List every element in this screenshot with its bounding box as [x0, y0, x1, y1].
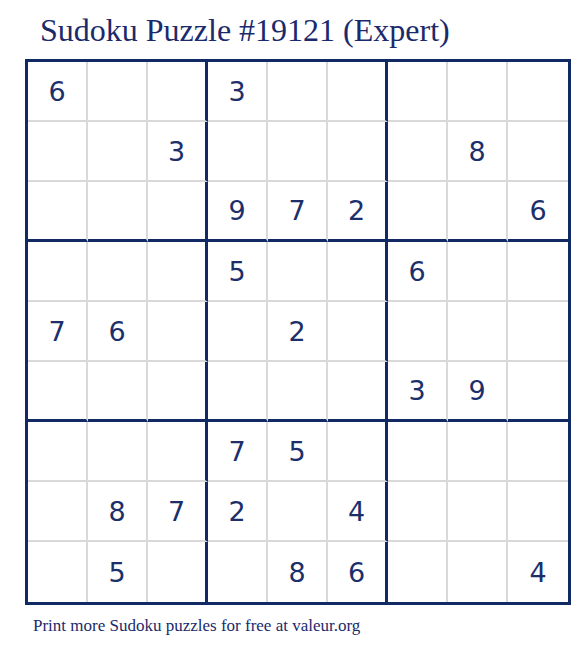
cell-r3c9: 6 — [508, 182, 568, 242]
cell-r7c3 — [148, 422, 208, 482]
cell-r7c2 — [88, 422, 148, 482]
cell-r5c4 — [208, 302, 268, 362]
cell-r7c9 — [508, 422, 568, 482]
cell-r9c9: 4 — [508, 542, 568, 602]
cell-r5c3 — [148, 302, 208, 362]
cell-r9c6: 6 — [328, 542, 388, 602]
cell-r1c1: 6 — [28, 62, 88, 122]
cell-r1c5 — [268, 62, 328, 122]
cell-r9c5: 8 — [268, 542, 328, 602]
cell-r3c8 — [448, 182, 508, 242]
cell-r9c8 — [448, 542, 508, 602]
cell-r1c9 — [508, 62, 568, 122]
cell-r5c1: 7 — [28, 302, 88, 362]
cell-r7c5: 5 — [268, 422, 328, 482]
cell-r7c1 — [28, 422, 88, 482]
cell-r1c2 — [88, 62, 148, 122]
cell-r3c3 — [148, 182, 208, 242]
cell-r9c7 — [388, 542, 448, 602]
cell-r5c8 — [448, 302, 508, 362]
cell-r4c3 — [148, 242, 208, 302]
cell-r4c6 — [328, 242, 388, 302]
cell-r7c8 — [448, 422, 508, 482]
cell-r6c5 — [268, 362, 328, 422]
cell-r1c8 — [448, 62, 508, 122]
cell-r1c3 — [148, 62, 208, 122]
cell-r5c5: 2 — [268, 302, 328, 362]
sudoku-board: 6338972656762397587245864 — [25, 59, 571, 605]
cell-r3c1 — [28, 182, 88, 242]
cell-r4c4: 5 — [208, 242, 268, 302]
cell-r7c7 — [388, 422, 448, 482]
cell-r8c8 — [448, 482, 508, 542]
cell-r8c6: 4 — [328, 482, 388, 542]
cell-r6c8: 9 — [448, 362, 508, 422]
cell-r8c9 — [508, 482, 568, 542]
cell-r2c3: 3 — [148, 122, 208, 182]
cell-r2c1 — [28, 122, 88, 182]
cell-r8c5 — [268, 482, 328, 542]
cell-r2c5 — [268, 122, 328, 182]
cell-r5c2: 6 — [88, 302, 148, 362]
cell-r8c4: 2 — [208, 482, 268, 542]
cell-r9c4 — [208, 542, 268, 602]
cell-r9c3 — [148, 542, 208, 602]
cell-r2c8: 8 — [448, 122, 508, 182]
cell-r6c4 — [208, 362, 268, 422]
cell-r6c7: 3 — [388, 362, 448, 422]
cell-r3c6: 2 — [328, 182, 388, 242]
cell-r8c3: 7 — [148, 482, 208, 542]
cell-r2c4 — [208, 122, 268, 182]
cell-r6c6 — [328, 362, 388, 422]
cell-r4c5 — [268, 242, 328, 302]
cell-r6c9 — [508, 362, 568, 422]
page-title: Sudoku Puzzle #19121 (Expert) — [40, 12, 580, 49]
cell-r2c2 — [88, 122, 148, 182]
cell-r4c2 — [88, 242, 148, 302]
sudoku-page: Sudoku Puzzle #19121 (Expert) 6338972656… — [0, 12, 580, 651]
cell-r6c1 — [28, 362, 88, 422]
cell-r6c3 — [148, 362, 208, 422]
cell-r8c7 — [388, 482, 448, 542]
cell-r2c6 — [328, 122, 388, 182]
cell-r4c9 — [508, 242, 568, 302]
footer-text: Print more Sudoku puzzles for free at va… — [33, 616, 580, 636]
cell-r4c8 — [448, 242, 508, 302]
cell-r3c5: 7 — [268, 182, 328, 242]
cell-r9c2: 5 — [88, 542, 148, 602]
cell-r4c1 — [28, 242, 88, 302]
cell-r2c9 — [508, 122, 568, 182]
cell-r1c4: 3 — [208, 62, 268, 122]
cell-r2c7 — [388, 122, 448, 182]
cell-r7c6 — [328, 422, 388, 482]
cell-r1c6 — [328, 62, 388, 122]
cell-r5c9 — [508, 302, 568, 362]
cell-r3c7 — [388, 182, 448, 242]
cell-r8c2: 8 — [88, 482, 148, 542]
cell-r3c4: 9 — [208, 182, 268, 242]
cell-r9c1 — [28, 542, 88, 602]
cell-r5c7 — [388, 302, 448, 362]
cell-r1c7 — [388, 62, 448, 122]
cell-r6c2 — [88, 362, 148, 422]
cell-r5c6 — [328, 302, 388, 362]
cell-r3c2 — [88, 182, 148, 242]
cell-r7c4: 7 — [208, 422, 268, 482]
cell-r8c1 — [28, 482, 88, 542]
cell-r4c7: 6 — [388, 242, 448, 302]
